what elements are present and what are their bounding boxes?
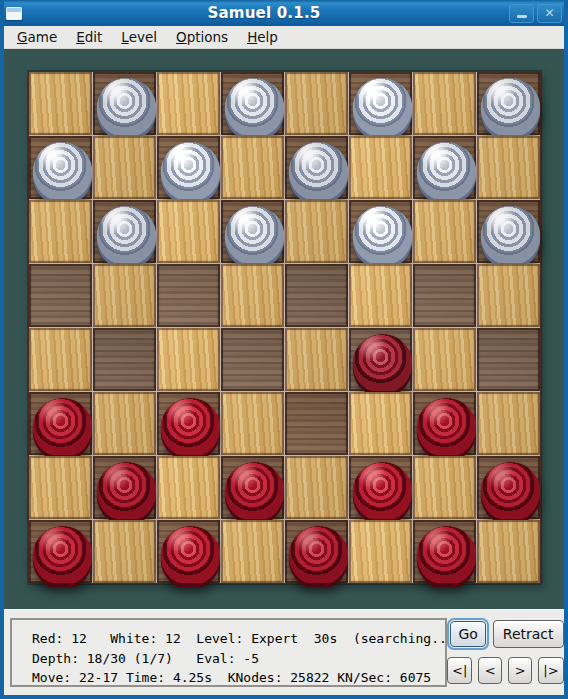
retract-button[interactable]: Retract	[493, 620, 564, 648]
red-checker-piece[interactable]: ●	[477, 456, 540, 519]
square-r3c3[interactable]	[221, 264, 284, 327]
board-area: ●●●●●●●●●●●●●●●●●●●●●●●●	[4, 49, 564, 609]
square-r3c1[interactable]	[93, 264, 156, 327]
square-r2c3[interactable]: ●	[221, 200, 284, 263]
white-checker-piece[interactable]: ●	[221, 72, 284, 135]
square-r7c7[interactable]	[477, 520, 540, 583]
white-checker-piece[interactable]: ●	[349, 200, 412, 263]
menu-level[interactable]: Level	[121, 29, 157, 45]
white-checker-piece[interactable]: ●	[29, 136, 92, 199]
menu-game[interactable]: Game	[17, 29, 57, 45]
square-r6c5[interactable]: ●	[349, 456, 412, 519]
square-r0c7[interactable]: ●	[477, 72, 540, 135]
square-r1c0[interactable]: ●	[29, 136, 92, 199]
red-checker-piece[interactable]: ●	[285, 520, 348, 583]
status-frame: Red: 12 White: 12 Level: Expert 30s (sea…	[10, 618, 447, 687]
square-r3c0[interactable]	[29, 264, 92, 327]
square-r4c5[interactable]: ●	[349, 328, 412, 391]
square-r5c2[interactable]: ●	[157, 392, 220, 455]
button-column: Go Retract <| < > |>	[447, 618, 564, 684]
white-checker-piece[interactable]: ●	[285, 136, 348, 199]
red-checker-piece[interactable]: ●	[29, 392, 92, 455]
app-window: Samuel 0.1.5 ✕ Game Edit Level Options H…	[0, 0, 568, 699]
square-r4c3[interactable]	[221, 328, 284, 391]
status-line-counts: Red: 12 White: 12 Level: Expert 30s (sea…	[32, 629, 445, 649]
square-r7c1[interactable]	[93, 520, 156, 583]
square-r3c6[interactable]	[413, 264, 476, 327]
checkers-board: ●●●●●●●●●●●●●●●●●●●●●●●●	[28, 71, 541, 584]
square-r1c6[interactable]: ●	[413, 136, 476, 199]
white-checker-piece[interactable]: ●	[413, 136, 476, 199]
square-r6c3[interactable]: ●	[221, 456, 284, 519]
go-button-focus-ring: Go	[447, 618, 488, 650]
red-checker-piece[interactable]: ●	[29, 520, 92, 583]
red-checker-piece[interactable]: ●	[413, 520, 476, 583]
nav-first-button[interactable]: <|	[447, 657, 472, 684]
square-r0c5[interactable]: ●	[349, 72, 412, 135]
square-r5c0[interactable]: ●	[29, 392, 92, 455]
square-r7c5[interactable]	[349, 520, 412, 583]
window-title: Samuel 0.1.5	[22, 4, 506, 22]
status-line-depth: Depth: 18/30 (1/7) Eval: -5	[32, 649, 445, 669]
square-r0c3[interactable]: ●	[221, 72, 284, 135]
square-r4c4[interactable]	[285, 328, 348, 391]
square-r2c7[interactable]: ●	[477, 200, 540, 263]
square-r0c1[interactable]: ●	[93, 72, 156, 135]
window-menu-icon[interactable]	[6, 7, 22, 20]
square-r7c2[interactable]: ●	[157, 520, 220, 583]
square-r6c1[interactable]: ●	[93, 456, 156, 519]
white-checker-piece[interactable]: ●	[93, 200, 156, 263]
menu-options[interactable]: Options	[176, 29, 228, 45]
nav-last-button[interactable]: |>	[538, 657, 563, 684]
square-r7c6[interactable]: ●	[413, 520, 476, 583]
square-r3c2[interactable]	[157, 264, 220, 327]
square-r6c7[interactable]: ●	[477, 456, 540, 519]
red-checker-piece[interactable]: ●	[221, 456, 284, 519]
white-checker-piece[interactable]: ●	[477, 72, 540, 135]
red-checker-piece[interactable]: ●	[349, 456, 412, 519]
bottom-panel: Red: 12 White: 12 Level: Expert 30s (sea…	[4, 609, 564, 695]
white-checker-piece[interactable]: ●	[157, 136, 220, 199]
red-checker-piece[interactable]: ●	[349, 328, 412, 391]
white-checker-piece[interactable]: ●	[93, 72, 156, 135]
red-checker-piece[interactable]: ●	[157, 520, 220, 583]
nav-next-button[interactable]: >	[508, 657, 532, 684]
status-line-move: Move: 22-17 Time: 4.25s KNodes: 25822 KN…	[32, 668, 445, 688]
minimize-icon	[517, 15, 527, 18]
action-button-row: Go Retract	[447, 618, 563, 650]
close-button[interactable]: ✕	[537, 4, 562, 23]
nav-prev-button[interactable]: <	[478, 657, 502, 684]
square-r4c7[interactable]	[477, 328, 540, 391]
white-checker-piece[interactable]: ●	[477, 200, 540, 263]
square-r7c3[interactable]	[221, 520, 284, 583]
white-checker-piece[interactable]: ●	[349, 72, 412, 135]
go-button[interactable]: Go	[450, 621, 485, 647]
square-r2c1[interactable]: ●	[93, 200, 156, 263]
red-checker-piece[interactable]: ●	[413, 392, 476, 455]
menu-edit[interactable]: Edit	[76, 29, 102, 45]
square-r2c0[interactable]	[29, 200, 92, 263]
square-r2c4[interactable]	[285, 200, 348, 263]
square-r1c4[interactable]: ●	[285, 136, 348, 199]
nav-button-row: <| < > |>	[447, 657, 564, 684]
titlebar: Samuel 0.1.5 ✕	[0, 0, 568, 26]
square-r1c2[interactable]: ●	[157, 136, 220, 199]
square-r5c4[interactable]	[285, 392, 348, 455]
square-r7c4[interactable]: ●	[285, 520, 348, 583]
menu-help[interactable]: Help	[247, 29, 278, 45]
square-r5c6[interactable]: ●	[413, 392, 476, 455]
white-checker-piece[interactable]: ●	[221, 200, 284, 263]
square-r7c0[interactable]: ●	[29, 520, 92, 583]
square-r4c1[interactable]	[93, 328, 156, 391]
square-r3c7[interactable]	[477, 264, 540, 327]
red-checker-piece[interactable]: ●	[157, 392, 220, 455]
square-r2c2[interactable]	[157, 200, 220, 263]
close-icon: ✕	[544, 7, 554, 19]
square-r3c4[interactable]	[285, 264, 348, 327]
square-r2c5[interactable]: ●	[349, 200, 412, 263]
menubar: Game Edit Level Options Help	[4, 26, 564, 49]
square-r2c6[interactable]	[413, 200, 476, 263]
minimize-button[interactable]	[509, 4, 534, 23]
red-checker-piece[interactable]: ●	[93, 456, 156, 519]
